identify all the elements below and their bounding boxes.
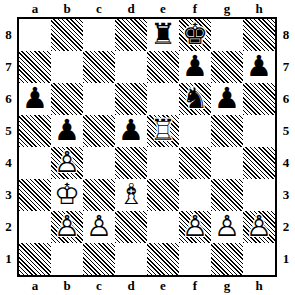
white-pawn-glyph: ♙ [243, 211, 275, 243]
square-c2[interactable]: ♟♙ [83, 211, 115, 243]
file-label-f: f [179, 277, 211, 295]
rank-label-4: 4 [277, 147, 295, 179]
square-h5[interactable] [243, 115, 275, 147]
rank-labels-left: 87654321 [0, 19, 17, 275]
file-label-d: d [115, 0, 147, 17]
white-pawn[interactable]: ♟♙ [211, 211, 243, 243]
white-pawn[interactable]: ♟♙ [243, 211, 275, 243]
square-d6[interactable] [115, 83, 147, 115]
rank-label-2: 2 [277, 211, 295, 243]
square-b1[interactable] [51, 243, 83, 275]
black-knight-glyph: ♞ [179, 83, 211, 115]
square-f6[interactable]: ♞♞ [179, 83, 211, 115]
file-label-c: c [83, 277, 115, 295]
square-a2[interactable] [19, 211, 51, 243]
black-pawn-glyph: ♟ [19, 83, 51, 115]
black-pawn-glyph: ♟ [115, 115, 147, 147]
black-pawn-glyph: ♟ [179, 51, 211, 83]
square-f8[interactable]: ♚♚ [179, 19, 211, 51]
square-h1[interactable] [243, 243, 275, 275]
square-c7[interactable] [83, 51, 115, 83]
square-g6[interactable]: ♟♟ [211, 83, 243, 115]
black-pawn[interactable]: ♟♟ [179, 51, 211, 83]
square-e6[interactable] [147, 83, 179, 115]
square-c5[interactable] [83, 115, 115, 147]
rank-label-1: 1 [277, 243, 295, 275]
black-pawn[interactable]: ♟♟ [19, 83, 51, 115]
rank-labels-right: 87654321 [277, 19, 295, 275]
file-label-a: a [19, 0, 51, 17]
file-label-b: b [51, 0, 83, 17]
file-label-h: h [243, 0, 275, 17]
white-pawn-glyph: ♙ [83, 211, 115, 243]
square-d1[interactable] [115, 243, 147, 275]
white-pawn-glyph: ♙ [51, 147, 83, 179]
rank-label-7: 7 [277, 51, 295, 83]
white-bishop[interactable]: ♝♗ [115, 179, 147, 211]
square-b7[interactable] [51, 51, 83, 83]
square-h4[interactable] [243, 147, 275, 179]
file-label-e: e [147, 0, 179, 17]
square-c8[interactable] [83, 19, 115, 51]
file-label-g: g [211, 277, 243, 295]
square-b4[interactable]: ♟♙ [51, 147, 83, 179]
rank-label-6: 6 [0, 83, 17, 115]
black-pawn[interactable]: ♟♟ [243, 51, 275, 83]
file-label-d: d [115, 277, 147, 295]
white-rook[interactable]: ♜♖ [147, 115, 179, 147]
square-h7[interactable]: ♟♟ [243, 51, 275, 83]
square-h3[interactable] [243, 179, 275, 211]
rank-label-6: 6 [277, 83, 295, 115]
chess-diagram: abcdefgh abcdefgh 87654321 87654321 ♜♜♚♚… [0, 0, 295, 295]
square-c3[interactable] [83, 179, 115, 211]
square-d4[interactable] [115, 147, 147, 179]
square-c1[interactable] [83, 243, 115, 275]
black-pawn-glyph: ♟ [51, 115, 83, 147]
square-g2[interactable]: ♟♙ [211, 211, 243, 243]
square-c6[interactable] [83, 83, 115, 115]
square-e4[interactable] [147, 147, 179, 179]
white-pawn[interactable]: ♟♙ [83, 211, 115, 243]
rank-label-8: 8 [0, 19, 17, 51]
rank-label-2: 2 [0, 211, 17, 243]
square-b3[interactable]: ♚♔ [51, 179, 83, 211]
square-e3[interactable] [147, 179, 179, 211]
file-label-a: a [19, 277, 51, 295]
chess-board: ♜♜♚♚♟♟♟♟♟♟♞♞♟♟♟♟♟♟♜♖♟♙♚♔♝♗♟♙♟♙♟♙♟♙♟♙ [17, 17, 277, 277]
square-e7[interactable] [147, 51, 179, 83]
rank-label-3: 3 [277, 179, 295, 211]
square-a1[interactable] [19, 243, 51, 275]
square-h6[interactable] [243, 83, 275, 115]
square-e1[interactable] [147, 243, 179, 275]
square-a4[interactable] [19, 147, 51, 179]
square-g7[interactable] [211, 51, 243, 83]
black-pawn[interactable]: ♟♟ [115, 115, 147, 147]
square-b8[interactable] [51, 19, 83, 51]
square-b5[interactable]: ♟♟ [51, 115, 83, 147]
black-pawn-glyph: ♟ [243, 51, 275, 83]
square-h8[interactable] [243, 19, 275, 51]
square-a5[interactable] [19, 115, 51, 147]
file-label-e: e [147, 277, 179, 295]
rank-label-5: 5 [0, 115, 17, 147]
square-d7[interactable] [115, 51, 147, 83]
white-pawn-glyph: ♙ [51, 211, 83, 243]
black-king-glyph: ♚ [179, 19, 211, 51]
square-f7[interactable]: ♟♟ [179, 51, 211, 83]
file-label-c: c [83, 0, 115, 17]
rank-label-5: 5 [277, 115, 295, 147]
square-d5[interactable]: ♟♟ [115, 115, 147, 147]
square-e2[interactable] [147, 211, 179, 243]
square-e5[interactable]: ♜♖ [147, 115, 179, 147]
square-f4[interactable] [179, 147, 211, 179]
file-label-b: b [51, 277, 83, 295]
square-f3[interactable] [179, 179, 211, 211]
square-d2[interactable] [115, 211, 147, 243]
black-pawn[interactable]: ♟♟ [211, 83, 243, 115]
square-g1[interactable] [211, 243, 243, 275]
square-f5[interactable] [179, 115, 211, 147]
black-pawn[interactable]: ♟♟ [51, 115, 83, 147]
file-label-g: g [211, 0, 243, 17]
square-d3[interactable]: ♝♗ [115, 179, 147, 211]
white-pawn-glyph: ♙ [179, 211, 211, 243]
white-king-glyph: ♔ [51, 179, 83, 211]
white-pawn[interactable]: ♟♙ [51, 211, 83, 243]
square-e8[interactable]: ♜♜ [147, 19, 179, 51]
rank-label-4: 4 [0, 147, 17, 179]
square-f2[interactable]: ♟♙ [179, 211, 211, 243]
rank-label-7: 7 [0, 51, 17, 83]
square-g4[interactable] [211, 147, 243, 179]
black-rook[interactable]: ♜♜ [147, 19, 179, 51]
square-b2[interactable]: ♟♙ [51, 211, 83, 243]
file-labels-top: abcdefgh [19, 0, 275, 17]
square-a3[interactable] [19, 179, 51, 211]
black-knight[interactable]: ♞♞ [179, 83, 211, 115]
black-rook-glyph: ♜ [147, 19, 179, 51]
file-labels-bottom: abcdefgh [19, 277, 275, 295]
square-c4[interactable] [83, 147, 115, 179]
square-g8[interactable] [211, 19, 243, 51]
file-label-f: f [179, 0, 211, 17]
square-a8[interactable] [19, 19, 51, 51]
square-g3[interactable] [211, 179, 243, 211]
white-rook-glyph: ♖ [147, 115, 179, 147]
white-pawn-glyph: ♙ [211, 211, 243, 243]
square-g5[interactable] [211, 115, 243, 147]
square-d8[interactable] [115, 19, 147, 51]
rank-label-3: 3 [0, 179, 17, 211]
black-king[interactable]: ♚♚ [179, 19, 211, 51]
square-a7[interactable] [19, 51, 51, 83]
square-b6[interactable] [51, 83, 83, 115]
black-pawn-glyph: ♟ [211, 83, 243, 115]
rank-label-8: 8 [277, 19, 295, 51]
square-a6[interactable]: ♟♟ [19, 83, 51, 115]
white-bishop-glyph: ♗ [115, 179, 147, 211]
square-h2[interactable]: ♟♙ [243, 211, 275, 243]
rank-label-1: 1 [0, 243, 17, 275]
square-f1[interactable] [179, 243, 211, 275]
white-pawn[interactable]: ♟♙ [179, 211, 211, 243]
white-pawn[interactable]: ♟♙ [51, 147, 83, 179]
white-king[interactable]: ♚♔ [51, 179, 83, 211]
file-label-h: h [243, 277, 275, 295]
